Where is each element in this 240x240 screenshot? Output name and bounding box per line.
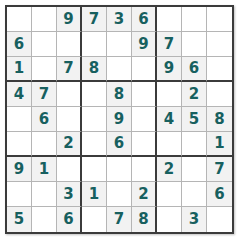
cell-r1c6[interactable]: 6 (132, 7, 157, 32)
cell-r1c1[interactable] (7, 7, 32, 32)
cell-r6c4[interactable] (82, 132, 107, 157)
cell-r1c4[interactable]: 7 (82, 7, 107, 32)
cell-r2c2[interactable] (32, 32, 57, 57)
cell-r4c5[interactable]: 8 (107, 82, 132, 107)
cell-r3c1[interactable]: 1 (7, 57, 32, 82)
cell-r2c8[interactable] (182, 32, 207, 57)
cell-r5c9[interactable]: 8 (207, 107, 232, 132)
cell-r4c7[interactable] (157, 82, 182, 107)
cell-r8c5[interactable] (107, 182, 132, 207)
cell-r6c6[interactable] (132, 132, 157, 157)
cell-r5c5[interactable]: 9 (107, 107, 132, 132)
cell-r6c8[interactable] (182, 132, 207, 157)
cell-r5c1[interactable] (7, 107, 32, 132)
cell-r3c3[interactable]: 7 (57, 57, 82, 82)
cell-r5c8[interactable]: 5 (182, 107, 207, 132)
cell-r6c3[interactable]: 2 (57, 132, 82, 157)
cell-r8c3[interactable]: 3 (57, 182, 82, 207)
sudoku-board: 9736697178964782694582619127312656783 (5, 5, 234, 234)
cell-r5c4[interactable] (82, 107, 107, 132)
cell-r4c4[interactable] (82, 82, 107, 107)
cell-r6c1[interactable] (7, 132, 32, 157)
cell-r7c6[interactable] (132, 157, 157, 182)
cell-r9c7[interactable] (157, 207, 182, 232)
cell-r5c6[interactable] (132, 107, 157, 132)
cell-r8c8[interactable] (182, 182, 207, 207)
cell-r1c2[interactable] (32, 7, 57, 32)
cell-r9c3[interactable]: 6 (57, 207, 82, 232)
sudoku-page: 9736697178964782694582619127312656783 (0, 0, 240, 240)
cell-r6c2[interactable] (32, 132, 57, 157)
cell-r1c5[interactable]: 3 (107, 7, 132, 32)
cell-r8c4[interactable]: 1 (82, 182, 107, 207)
cell-r9c2[interactable] (32, 207, 57, 232)
cell-r5c2[interactable]: 6 (32, 107, 57, 132)
cell-r1c3[interactable]: 9 (57, 7, 82, 32)
cell-r3c7[interactable]: 9 (157, 57, 182, 82)
cell-r2c1[interactable]: 6 (7, 32, 32, 57)
cell-r2c6[interactable]: 9 (132, 32, 157, 57)
cell-r1c9[interactable] (207, 7, 232, 32)
cell-r4c2[interactable]: 7 (32, 82, 57, 107)
cell-r8c1[interactable] (7, 182, 32, 207)
cell-r9c6[interactable]: 8 (132, 207, 157, 232)
cell-r9c8[interactable]: 3 (182, 207, 207, 232)
cell-r3c6[interactable] (132, 57, 157, 82)
cell-r2c3[interactable] (57, 32, 82, 57)
cell-r6c7[interactable] (157, 132, 182, 157)
cell-r7c2[interactable]: 1 (32, 157, 57, 182)
cell-r4c1[interactable]: 4 (7, 82, 32, 107)
cell-r7c3[interactable] (57, 157, 82, 182)
cell-r4c9[interactable] (207, 82, 232, 107)
cell-r9c9[interactable] (207, 207, 232, 232)
cell-r7c7[interactable]: 2 (157, 157, 182, 182)
cell-r5c3[interactable] (57, 107, 82, 132)
cell-r2c7[interactable]: 7 (157, 32, 182, 57)
cell-r9c5[interactable]: 7 (107, 207, 132, 232)
cell-r4c3[interactable] (57, 82, 82, 107)
cell-r7c5[interactable] (107, 157, 132, 182)
cell-r3c9[interactable] (207, 57, 232, 82)
cell-r8c6[interactable]: 2 (132, 182, 157, 207)
cell-r2c5[interactable] (107, 32, 132, 57)
cell-r7c9[interactable]: 7 (207, 157, 232, 182)
cell-r8c7[interactable] (157, 182, 182, 207)
cell-r3c5[interactable] (107, 57, 132, 82)
cell-r6c5[interactable]: 6 (107, 132, 132, 157)
cell-r3c8[interactable]: 6 (182, 57, 207, 82)
cell-r9c1[interactable]: 5 (7, 207, 32, 232)
cell-r1c7[interactable] (157, 7, 182, 32)
cell-r3c2[interactable] (32, 57, 57, 82)
cell-r5c7[interactable]: 4 (157, 107, 182, 132)
cell-r8c2[interactable] (32, 182, 57, 207)
cell-r6c9[interactable]: 1 (207, 132, 232, 157)
cell-r9c4[interactable] (82, 207, 107, 232)
cell-r8c9[interactable]: 6 (207, 182, 232, 207)
cell-r4c6[interactable] (132, 82, 157, 107)
cell-r4c8[interactable]: 2 (182, 82, 207, 107)
cell-r7c1[interactable]: 9 (7, 157, 32, 182)
cell-r7c4[interactable] (82, 157, 107, 182)
cell-r2c4[interactable] (82, 32, 107, 57)
cell-r3c4[interactable]: 8 (82, 57, 107, 82)
cell-r1c8[interactable] (182, 7, 207, 32)
cell-r2c9[interactable] (207, 32, 232, 57)
cell-r7c8[interactable] (182, 157, 207, 182)
